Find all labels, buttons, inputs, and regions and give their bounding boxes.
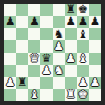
square-d5[interactable] (40, 40, 52, 52)
square-g5[interactable] (77, 40, 89, 52)
square-h4[interactable] (89, 53, 101, 65)
square-a7[interactable]: ♟ (4, 16, 16, 28)
square-d8[interactable] (40, 4, 52, 16)
square-f7[interactable]: ♟ (65, 16, 77, 28)
black-pawn[interactable]: ♟ (5, 16, 15, 27)
square-e6[interactable]: ♞ (53, 28, 65, 40)
square-f1[interactable]: ♜ (65, 89, 77, 101)
square-c7[interactable]: ♟ (28, 16, 40, 28)
square-g3[interactable] (77, 65, 89, 77)
square-a3[interactable] (4, 65, 16, 77)
square-c4[interactable]: ♛ (28, 53, 40, 65)
square-d4[interactable]: ♛ (40, 53, 52, 65)
square-e4[interactable] (53, 53, 65, 65)
square-f3[interactable] (65, 65, 77, 77)
square-b7[interactable] (16, 16, 28, 28)
square-h2[interactable]: ♟ (89, 77, 101, 89)
square-h8[interactable] (89, 4, 101, 16)
square-b2[interactable]: ♜ (16, 77, 28, 89)
square-g4[interactable]: ♝ (77, 53, 89, 65)
black-pawn[interactable]: ♟ (90, 16, 100, 27)
square-g2[interactable]: ♟ (77, 77, 89, 89)
square-a5[interactable] (4, 40, 16, 52)
white-queen[interactable]: ♛ (29, 53, 39, 64)
square-b3[interactable] (16, 65, 28, 77)
board-grid: ♜♚♟♟♟♟♟♞♝♟♛♛♟♝♟♞♟♜♟♟♝♜♚ (4, 4, 101, 101)
square-h6[interactable] (89, 28, 101, 40)
black-queen[interactable]: ♛ (41, 53, 51, 64)
black-rook[interactable]: ♜ (17, 77, 27, 88)
chess-board: ♜♚♟♟♟♟♟♞♝♟♛♛♟♝♟♞♟♜♟♟♝♜♚ (0, 0, 105, 105)
square-h7[interactable]: ♟ (89, 16, 101, 28)
square-b1[interactable] (16, 89, 28, 101)
square-d1[interactable] (40, 89, 52, 101)
square-g8[interactable]: ♚ (77, 4, 89, 16)
square-d3[interactable]: ♟ (40, 65, 52, 77)
white-bishop[interactable]: ♝ (29, 89, 39, 100)
square-e2[interactable] (53, 77, 65, 89)
white-king[interactable]: ♚ (78, 89, 88, 100)
black-pawn[interactable]: ♟ (29, 16, 39, 27)
square-c3[interactable] (28, 65, 40, 77)
black-knight[interactable]: ♞ (53, 28, 63, 39)
square-a1[interactable] (4, 89, 16, 101)
square-c8[interactable] (28, 4, 40, 16)
white-bishop[interactable]: ♝ (78, 53, 88, 64)
square-b6[interactable] (16, 28, 28, 40)
square-f8[interactable]: ♜ (65, 4, 77, 16)
square-a4[interactable] (4, 53, 16, 65)
white-rook[interactable]: ♜ (66, 89, 76, 100)
square-e7[interactable] (53, 16, 65, 28)
square-d6[interactable] (40, 28, 52, 40)
square-g7[interactable]: ♟ (77, 16, 89, 28)
square-f4[interactable]: ♟ (65, 53, 77, 65)
square-e5[interactable]: ♟ (53, 40, 65, 52)
square-e8[interactable] (53, 4, 65, 16)
square-b8[interactable] (16, 4, 28, 16)
square-c5[interactable] (28, 40, 40, 52)
square-f6[interactable] (65, 28, 77, 40)
square-f5[interactable] (65, 40, 77, 52)
square-b4[interactable] (16, 53, 28, 65)
white-pawn[interactable]: ♟ (5, 77, 15, 88)
square-g6[interactable]: ♝ (77, 28, 89, 40)
white-pawn[interactable]: ♟ (90, 77, 100, 88)
white-pawn[interactable]: ♟ (78, 77, 88, 88)
white-pawn[interactable]: ♟ (66, 53, 76, 64)
black-rook[interactable]: ♜ (66, 4, 76, 15)
square-e1[interactable] (53, 89, 65, 101)
white-pawn[interactable]: ♟ (53, 40, 63, 51)
square-h3[interactable] (89, 65, 101, 77)
white-pawn[interactable]: ♟ (41, 65, 51, 76)
square-c1[interactable]: ♝ (28, 89, 40, 101)
black-king[interactable]: ♚ (78, 4, 88, 15)
black-pawn[interactable]: ♟ (66, 16, 76, 27)
square-d2[interactable] (40, 77, 52, 89)
black-pawn[interactable]: ♟ (78, 16, 88, 27)
square-f2[interactable] (65, 77, 77, 89)
square-b5[interactable] (16, 40, 28, 52)
square-d7[interactable] (40, 16, 52, 28)
square-a8[interactable] (4, 4, 16, 16)
black-bishop[interactable]: ♝ (78, 28, 88, 39)
square-a6[interactable] (4, 28, 16, 40)
square-a2[interactable]: ♟ (4, 77, 16, 89)
square-h1[interactable] (89, 89, 101, 101)
square-h5[interactable] (89, 40, 101, 52)
square-e3[interactable]: ♞ (53, 65, 65, 77)
square-c2[interactable] (28, 77, 40, 89)
square-g1[interactable]: ♚ (77, 89, 89, 101)
square-c6[interactable] (28, 28, 40, 40)
white-knight[interactable]: ♞ (53, 65, 63, 76)
